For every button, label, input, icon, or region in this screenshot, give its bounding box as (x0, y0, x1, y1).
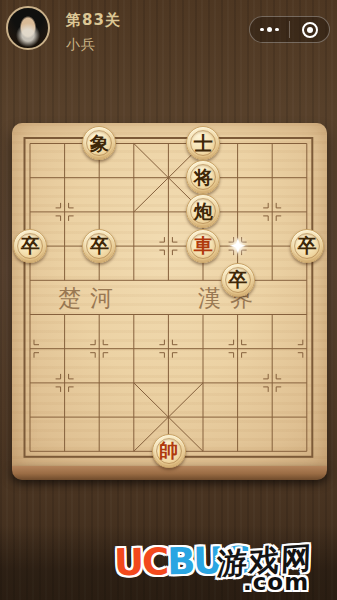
player-name: 小兵 (66, 37, 121, 51)
board-3d-edge (12, 466, 327, 480)
piece-black-soldier[interactable]: 卒 (221, 263, 255, 297)
piece-red-chariot[interactable]: 車 (186, 229, 220, 263)
piece-black-advisor[interactable]: 士 (186, 126, 220, 160)
pieces-layer: 象士将炮卒卒車卒卒帥 (13, 126, 324, 468)
xiangqi-board: 楚河 漢界 象士将炮卒卒車卒卒帥 (12, 123, 327, 468)
piece-black-soldier[interactable]: 卒 (82, 229, 116, 263)
title-block: 第83关 小兵 (66, 13, 121, 51)
bottom-bar: 锦 15 (0, 525, 337, 600)
piece-red-general[interactable]: 帥 (152, 434, 186, 468)
level-title: 第83关 (66, 13, 121, 28)
exit-button[interactable] (290, 17, 329, 42)
more-menu-button[interactable] (250, 17, 289, 42)
piece-black-cannon[interactable]: 炮 (186, 194, 220, 228)
top-bar: 第83关 小兵 (0, 0, 337, 62)
xiangqi-app: 第83关 小兵 楚河 漢界 象士将炮卒卒車卒卒帥 (0, 0, 337, 600)
last-move-sparkle-icon (227, 235, 249, 257)
piece-black-soldier[interactable]: 卒 (290, 229, 324, 263)
piece-black-general[interactable]: 将 (186, 160, 220, 194)
piece-black-elephant[interactable]: 象 (82, 126, 116, 160)
player-avatar[interactable] (6, 6, 50, 50)
piece-black-soldier[interactable]: 卒 (13, 229, 47, 263)
target-circle-icon (302, 22, 318, 38)
three-dots-icon (260, 27, 279, 33)
wechat-capsule (249, 16, 330, 43)
